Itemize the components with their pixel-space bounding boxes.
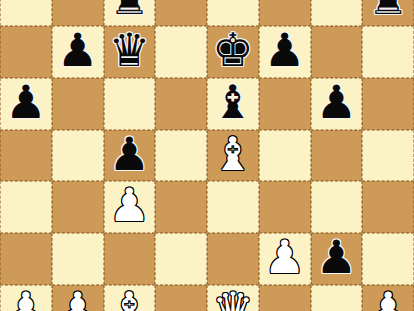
piece-black-pawn-g3[interactable]: ♟ (316, 232, 357, 284)
piece-white-pawn-a2[interactable]: ♟ (5, 284, 46, 311)
square-b6[interactable] (52, 78, 104, 130)
square-f5[interactable] (259, 130, 311, 182)
piece-black-queen-c7[interactable]: ♛ (109, 25, 150, 77)
piece-black-pawn-b7[interactable]: ♟ (57, 25, 98, 77)
square-a6[interactable]: ♟ (0, 78, 52, 130)
square-c2[interactable]: ♝ (104, 285, 156, 311)
square-g7[interactable] (311, 26, 363, 78)
piece-black-bishop-e6[interactable]: ♝ (212, 77, 253, 129)
square-e7[interactable]: ♚ (207, 26, 259, 78)
square-g3[interactable]: ♟ (311, 233, 363, 285)
square-c4[interactable]: ♟ (104, 181, 156, 233)
square-c3[interactable] (104, 233, 156, 285)
square-e4[interactable] (207, 181, 259, 233)
piece-black-rook-c8[interactable]: ♜ (109, 0, 150, 25)
piece-black-pawn-a6[interactable]: ♟ (5, 77, 46, 129)
square-c7[interactable]: ♛ (104, 26, 156, 78)
square-a8[interactable] (0, 0, 52, 26)
square-b7[interactable]: ♟ (52, 26, 104, 78)
piece-black-pawn-f7[interactable]: ♟ (264, 25, 305, 77)
square-h6[interactable] (362, 78, 414, 130)
square-d3[interactable] (155, 233, 207, 285)
piece-white-queen-e2[interactable]: ♛ (212, 284, 253, 311)
square-d6[interactable] (155, 78, 207, 130)
square-e3[interactable] (207, 233, 259, 285)
square-g2[interactable] (311, 285, 363, 311)
square-h8[interactable]: ♜ (362, 0, 414, 26)
square-d2[interactable] (155, 285, 207, 311)
square-a2[interactable]: ♟ (0, 285, 52, 311)
square-h3[interactable] (362, 233, 414, 285)
piece-black-pawn-c5[interactable]: ♟ (109, 129, 150, 181)
piece-black-king-e7[interactable]: ♚ (212, 25, 253, 77)
piece-black-rook-h8[interactable]: ♜ (368, 0, 409, 25)
square-h4[interactable] (362, 181, 414, 233)
piece-white-pawn-c4[interactable]: ♟ (109, 180, 150, 232)
piece-white-pawn-h2[interactable]: ♟ (368, 284, 409, 311)
chess-board: ♜♜♟♛♚♟♟♝♟♟♝♟♟♟♟♟♝♛♟ (0, 0, 414, 311)
piece-black-pawn-g6[interactable]: ♟ (316, 77, 357, 129)
chess-board-grid: ♜♜♟♛♚♟♟♝♟♟♝♟♟♟♟♟♝♛♟ (0, 0, 414, 311)
square-d4[interactable] (155, 181, 207, 233)
square-f4[interactable] (259, 181, 311, 233)
square-a7[interactable] (0, 26, 52, 78)
square-b4[interactable] (52, 181, 104, 233)
piece-white-pawn-b2[interactable]: ♟ (57, 284, 98, 311)
square-f2[interactable] (259, 285, 311, 311)
square-e6[interactable]: ♝ (207, 78, 259, 130)
square-b2[interactable]: ♟ (52, 285, 104, 311)
square-f7[interactable]: ♟ (259, 26, 311, 78)
square-e5[interactable]: ♝ (207, 130, 259, 182)
square-a4[interactable] (0, 181, 52, 233)
piece-white-bishop-c2[interactable]: ♝ (109, 284, 150, 311)
square-a3[interactable] (0, 233, 52, 285)
piece-white-pawn-f3[interactable]: ♟ (264, 232, 305, 284)
square-c6[interactable] (104, 78, 156, 130)
square-g5[interactable] (311, 130, 363, 182)
square-h2[interactable]: ♟ (362, 285, 414, 311)
square-f3[interactable]: ♟ (259, 233, 311, 285)
square-g8[interactable] (311, 0, 363, 26)
square-f6[interactable] (259, 78, 311, 130)
square-d5[interactable] (155, 130, 207, 182)
square-g6[interactable]: ♟ (311, 78, 363, 130)
square-d8[interactable] (155, 0, 207, 26)
square-e2[interactable]: ♛ (207, 285, 259, 311)
square-d7[interactable] (155, 26, 207, 78)
piece-white-bishop-e5[interactable]: ♝ (212, 129, 253, 181)
square-g4[interactable] (311, 181, 363, 233)
square-c5[interactable]: ♟ (104, 130, 156, 182)
square-h5[interactable] (362, 130, 414, 182)
square-a5[interactable] (0, 130, 52, 182)
square-b3[interactable] (52, 233, 104, 285)
square-h7[interactable] (362, 26, 414, 78)
square-b5[interactable] (52, 130, 104, 182)
